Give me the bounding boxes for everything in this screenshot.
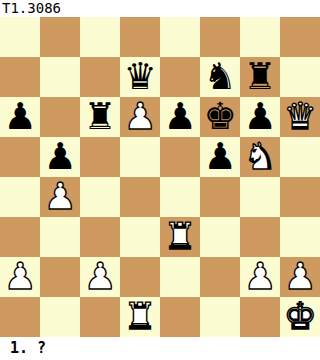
square-a4[interactable] — [0, 177, 40, 217]
square-a5[interactable] — [0, 137, 40, 177]
square-f8[interactable] — [200, 17, 240, 57]
square-b3[interactable] — [40, 217, 80, 257]
square-a3[interactable] — [0, 217, 40, 257]
square-d3[interactable] — [120, 217, 160, 257]
square-d5[interactable] — [120, 137, 160, 177]
square-h1[interactable]: ♚ — [280, 297, 320, 337]
square-g5[interactable]: ♞ — [240, 137, 280, 177]
square-f2[interactable] — [200, 257, 240, 297]
black-rook-piece[interactable]: ♜ — [243, 57, 276, 97]
square-a7[interactable] — [0, 57, 40, 97]
square-d4[interactable] — [120, 177, 160, 217]
square-d6[interactable]: ♟ — [120, 97, 160, 137]
square-f7[interactable]: ♞ — [200, 57, 240, 97]
square-d8[interactable] — [120, 17, 160, 57]
square-g6[interactable]: ♟ — [240, 97, 280, 137]
black-rook-piece[interactable]: ♜ — [83, 97, 116, 137]
square-a8[interactable] — [0, 17, 40, 57]
white-queen-piece[interactable]: ♛ — [283, 97, 316, 137]
square-f4[interactable] — [200, 177, 240, 217]
chess-board: ♛♞♜♟♜♟♟♚♟♛♟♟♞♟♜♟♟♟♟♜♚ — [0, 17, 320, 337]
square-e6[interactable]: ♟ — [160, 97, 200, 137]
square-e8[interactable] — [160, 17, 200, 57]
black-king-piece[interactable]: ♚ — [203, 97, 236, 137]
square-a1[interactable] — [0, 297, 40, 337]
square-b1[interactable] — [40, 297, 80, 337]
black-knight-piece[interactable]: ♞ — [203, 57, 236, 97]
square-c3[interactable] — [80, 217, 120, 257]
white-pawn-piece[interactable]: ♟ — [283, 257, 316, 297]
white-pawn-piece[interactable]: ♟ — [3, 257, 36, 297]
square-c1[interactable] — [80, 297, 120, 337]
white-rook-piece[interactable]: ♜ — [123, 297, 156, 337]
square-c8[interactable] — [80, 17, 120, 57]
square-g1[interactable] — [240, 297, 280, 337]
square-h7[interactable] — [280, 57, 320, 97]
white-pawn-piece[interactable]: ♟ — [43, 177, 76, 217]
square-b6[interactable] — [40, 97, 80, 137]
square-g3[interactable] — [240, 217, 280, 257]
square-c6[interactable]: ♜ — [80, 97, 120, 137]
square-c5[interactable] — [80, 137, 120, 177]
square-h5[interactable] — [280, 137, 320, 177]
white-king-piece[interactable]: ♚ — [283, 297, 316, 337]
square-b5[interactable]: ♟ — [40, 137, 80, 177]
white-rook-piece[interactable]: ♜ — [163, 217, 196, 257]
square-g4[interactable] — [240, 177, 280, 217]
square-h8[interactable] — [280, 17, 320, 57]
square-f1[interactable] — [200, 297, 240, 337]
square-a6[interactable]: ♟ — [0, 97, 40, 137]
square-e5[interactable] — [160, 137, 200, 177]
square-g7[interactable]: ♜ — [240, 57, 280, 97]
square-c7[interactable] — [80, 57, 120, 97]
square-e4[interactable] — [160, 177, 200, 217]
square-b4[interactable]: ♟ — [40, 177, 80, 217]
black-pawn-piece[interactable]: ♟ — [3, 97, 36, 137]
square-f3[interactable] — [200, 217, 240, 257]
square-c4[interactable] — [80, 177, 120, 217]
square-e1[interactable] — [160, 297, 200, 337]
white-knight-piece[interactable]: ♞ — [243, 137, 276, 177]
move-prompt: 1. ? — [0, 337, 320, 360]
square-h4[interactable] — [280, 177, 320, 217]
square-g8[interactable] — [240, 17, 280, 57]
square-h2[interactable]: ♟ — [280, 257, 320, 297]
square-h6[interactable]: ♛ — [280, 97, 320, 137]
square-f6[interactable]: ♚ — [200, 97, 240, 137]
square-c2[interactable]: ♟ — [80, 257, 120, 297]
black-pawn-piece[interactable]: ♟ — [163, 97, 196, 137]
square-g2[interactable]: ♟ — [240, 257, 280, 297]
white-pawn-piece[interactable]: ♟ — [243, 257, 276, 297]
black-pawn-piece[interactable]: ♟ — [203, 137, 236, 177]
square-e3[interactable]: ♜ — [160, 217, 200, 257]
white-pawn-piece[interactable]: ♟ — [83, 257, 116, 297]
black-pawn-piece[interactable]: ♟ — [43, 137, 76, 177]
black-pawn-piece[interactable]: ♟ — [243, 97, 276, 137]
puzzle-title: T1.3086 — [0, 0, 320, 17]
black-queen-piece[interactable]: ♛ — [123, 57, 156, 97]
square-a2[interactable]: ♟ — [0, 257, 40, 297]
square-e7[interactable] — [160, 57, 200, 97]
square-e2[interactable] — [160, 257, 200, 297]
square-d7[interactable]: ♛ — [120, 57, 160, 97]
square-d1[interactable]: ♜ — [120, 297, 160, 337]
square-f5[interactable]: ♟ — [200, 137, 240, 177]
square-d2[interactable] — [120, 257, 160, 297]
square-h3[interactable] — [280, 217, 320, 257]
white-pawn-piece[interactable]: ♟ — [123, 97, 156, 137]
square-b2[interactable] — [40, 257, 80, 297]
square-b8[interactable] — [40, 17, 80, 57]
square-b7[interactable] — [40, 57, 80, 97]
